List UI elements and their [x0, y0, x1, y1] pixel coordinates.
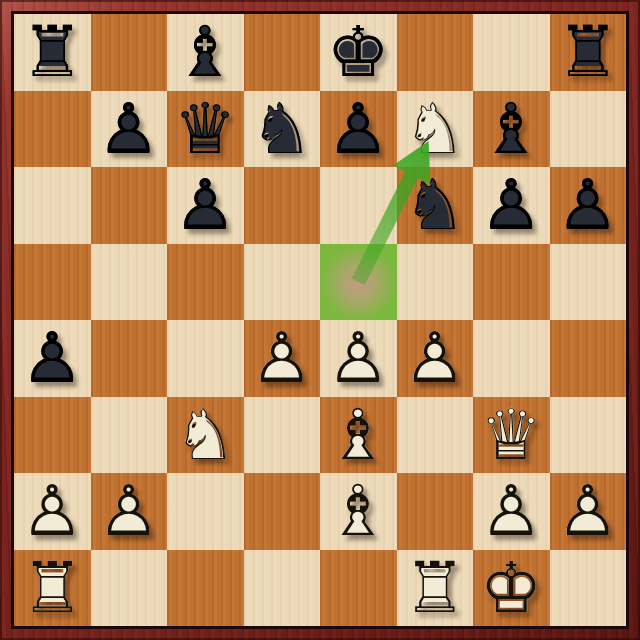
- square-h6[interactable]: ♟♙: [550, 167, 627, 244]
- square-c1[interactable]: [167, 550, 244, 627]
- square-g4[interactable]: [473, 320, 550, 397]
- piece-black-bishop[interactable]: ♝♗: [167, 14, 244, 91]
- square-d4[interactable]: ♟♙: [244, 320, 321, 397]
- white-pawn-outline: ♙: [320, 320, 397, 397]
- chess-board: ♜♖♝♗♚♔♜♖♟♙♛♕♞♘♟♙♞♘♝♗♟♙♞♘♟♙♟♙♟♙♟♙♟♙♟♙♞♘♝♗…: [14, 14, 626, 626]
- square-h7[interactable]: [550, 91, 627, 168]
- piece-white-pawn[interactable]: ♟♙: [397, 320, 474, 397]
- piece-black-pawn[interactable]: ♟♙: [550, 167, 627, 244]
- piece-white-bishop[interactable]: ♝♗: [320, 473, 397, 550]
- move-origin-highlight: [320, 244, 397, 321]
- white-pawn-outline: ♙: [397, 320, 474, 397]
- square-d8[interactable]: [244, 14, 321, 91]
- square-c7[interactable]: ♛♕: [167, 91, 244, 168]
- piece-white-pawn[interactable]: ♟♙: [91, 473, 168, 550]
- black-bishop-outline: ♗: [473, 91, 550, 168]
- square-b6[interactable]: [91, 167, 168, 244]
- piece-black-queen[interactable]: ♛♕: [167, 91, 244, 168]
- board-inner-border: ♜♖♝♗♚♔♜♖♟♙♛♕♞♘♟♙♞♘♝♗♟♙♞♘♟♙♟♙♟♙♟♙♟♙♟♙♞♘♝♗…: [11, 11, 629, 629]
- black-pawn-outline: ♙: [91, 91, 168, 168]
- square-g7[interactable]: ♝♗: [473, 91, 550, 168]
- square-b8[interactable]: [91, 14, 168, 91]
- piece-black-knight[interactable]: ♞♘: [244, 91, 321, 168]
- white-pawn-outline: ♙: [244, 320, 321, 397]
- white-pawn-outline: ♙: [91, 473, 168, 550]
- square-h8[interactable]: ♜♖: [550, 14, 627, 91]
- square-h3[interactable]: [550, 397, 627, 474]
- square-b3[interactable]: [91, 397, 168, 474]
- square-c2[interactable]: [167, 473, 244, 550]
- square-e2[interactable]: ♝♗: [320, 473, 397, 550]
- white-king-outline: ♔: [473, 550, 550, 627]
- piece-black-bishop[interactable]: ♝♗: [473, 91, 550, 168]
- square-f8[interactable]: [397, 14, 474, 91]
- square-c3[interactable]: ♞♘: [167, 397, 244, 474]
- square-f2[interactable]: [397, 473, 474, 550]
- square-e4[interactable]: ♟♙: [320, 320, 397, 397]
- piece-black-pawn[interactable]: ♟♙: [167, 167, 244, 244]
- square-g6[interactable]: ♟♙: [473, 167, 550, 244]
- piece-white-king[interactable]: ♚♔: [473, 550, 550, 627]
- square-e7[interactable]: ♟♙: [320, 91, 397, 168]
- square-b4[interactable]: [91, 320, 168, 397]
- black-queen-outline: ♕: [167, 91, 244, 168]
- black-knight-outline: ♘: [244, 91, 321, 168]
- piece-white-rook[interactable]: ♜♖: [397, 550, 474, 627]
- square-c6[interactable]: ♟♙: [167, 167, 244, 244]
- white-knight-outline: ♘: [397, 91, 474, 168]
- square-a6[interactable]: [14, 167, 91, 244]
- piece-white-pawn[interactable]: ♟♙: [14, 473, 91, 550]
- square-f6[interactable]: ♞♘: [397, 167, 474, 244]
- white-rook-outline: ♖: [397, 550, 474, 627]
- piece-white-pawn[interactable]: ♟♙: [320, 320, 397, 397]
- square-e8[interactable]: ♚♔: [320, 14, 397, 91]
- black-knight-outline: ♘: [397, 167, 474, 244]
- square-g8[interactable]: [473, 14, 550, 91]
- square-h2[interactable]: ♟♙: [550, 473, 627, 550]
- white-queen-outline: ♕: [473, 397, 550, 474]
- square-f1[interactable]: ♜♖: [397, 550, 474, 627]
- square-a4[interactable]: ♟♙: [14, 320, 91, 397]
- square-d5[interactable]: [244, 244, 321, 321]
- square-d3[interactable]: [244, 397, 321, 474]
- square-d1[interactable]: [244, 550, 321, 627]
- square-e1[interactable]: [320, 550, 397, 627]
- square-a5[interactable]: [14, 244, 91, 321]
- white-bishop-outline: ♗: [320, 397, 397, 474]
- black-pawn-outline: ♙: [320, 91, 397, 168]
- square-a7[interactable]: [14, 91, 91, 168]
- piece-black-pawn[interactable]: ♟♙: [320, 91, 397, 168]
- piece-black-pawn[interactable]: ♟♙: [91, 91, 168, 168]
- square-b5[interactable]: [91, 244, 168, 321]
- white-pawn-outline: ♙: [473, 473, 550, 550]
- black-pawn-outline: ♙: [167, 167, 244, 244]
- white-pawn-outline: ♙: [14, 473, 91, 550]
- square-d7[interactable]: ♞♘: [244, 91, 321, 168]
- square-e5[interactable]: [320, 244, 397, 321]
- white-rook-outline: ♖: [14, 550, 91, 627]
- square-e6[interactable]: [320, 167, 397, 244]
- square-d6[interactable]: [244, 167, 321, 244]
- square-f3[interactable]: [397, 397, 474, 474]
- black-king-outline: ♔: [320, 14, 397, 91]
- black-rook-outline: ♖: [14, 14, 91, 91]
- piece-black-pawn[interactable]: ♟♙: [473, 167, 550, 244]
- piece-white-pawn[interactable]: ♟♙: [550, 473, 627, 550]
- chess-app: ♜♖♝♗♚♔♜♖♟♙♛♕♞♘♟♙♞♘♝♗♟♙♞♘♟♙♟♙♟♙♟♙♟♙♟♙♞♘♝♗…: [0, 0, 640, 640]
- square-g5[interactable]: [473, 244, 550, 321]
- square-g3[interactable]: ♛♕: [473, 397, 550, 474]
- board-frame: ♜♖♝♗♚♔♜♖♟♙♛♕♞♘♟♙♞♘♝♗♟♙♞♘♟♙♟♙♟♙♟♙♟♙♟♙♞♘♝♗…: [0, 0, 640, 640]
- square-f5[interactable]: [397, 244, 474, 321]
- square-h5[interactable]: [550, 244, 627, 321]
- black-pawn-outline: ♙: [473, 167, 550, 244]
- square-c4[interactable]: [167, 320, 244, 397]
- square-b2[interactable]: ♟♙: [91, 473, 168, 550]
- square-b7[interactable]: ♟♙: [91, 91, 168, 168]
- white-knight-outline: ♘: [167, 397, 244, 474]
- piece-white-bishop[interactable]: ♝♗: [320, 397, 397, 474]
- square-a1[interactable]: ♜♖: [14, 550, 91, 627]
- square-b1[interactable]: [91, 550, 168, 627]
- square-a3[interactable]: [14, 397, 91, 474]
- piece-white-pawn[interactable]: ♟♙: [473, 473, 550, 550]
- white-bishop-outline: ♗: [320, 473, 397, 550]
- square-g1[interactable]: ♚♔: [473, 550, 550, 627]
- square-d2[interactable]: [244, 473, 321, 550]
- square-e3[interactable]: ♝♗: [320, 397, 397, 474]
- piece-white-rook[interactable]: ♜♖: [14, 550, 91, 627]
- piece-black-rook[interactable]: ♜♖: [550, 14, 627, 91]
- black-pawn-outline: ♙: [14, 320, 91, 397]
- square-f4[interactable]: ♟♙: [397, 320, 474, 397]
- black-pawn-outline: ♙: [550, 167, 627, 244]
- square-a2[interactable]: ♟♙: [14, 473, 91, 550]
- square-g2[interactable]: ♟♙: [473, 473, 550, 550]
- piece-white-knight[interactable]: ♞♘: [167, 397, 244, 474]
- white-pawn-outline: ♙: [550, 473, 627, 550]
- piece-white-queen[interactable]: ♛♕: [473, 397, 550, 474]
- square-f7[interactable]: ♞♘: [397, 91, 474, 168]
- square-c8[interactable]: ♝♗: [167, 14, 244, 91]
- piece-black-king[interactable]: ♚♔: [320, 14, 397, 91]
- piece-black-knight[interactable]: ♞♘: [397, 167, 474, 244]
- black-rook-outline: ♖: [550, 14, 627, 91]
- square-a8[interactable]: ♜♖: [14, 14, 91, 91]
- black-bishop-outline: ♗: [167, 14, 244, 91]
- piece-black-rook[interactable]: ♜♖: [14, 14, 91, 91]
- square-h4[interactable]: [550, 320, 627, 397]
- square-c5[interactable]: [167, 244, 244, 321]
- piece-white-knight[interactable]: ♞♘: [397, 91, 474, 168]
- piece-black-pawn[interactable]: ♟♙: [14, 320, 91, 397]
- square-h1[interactable]: [550, 550, 627, 627]
- piece-white-pawn[interactable]: ♟♙: [244, 320, 321, 397]
